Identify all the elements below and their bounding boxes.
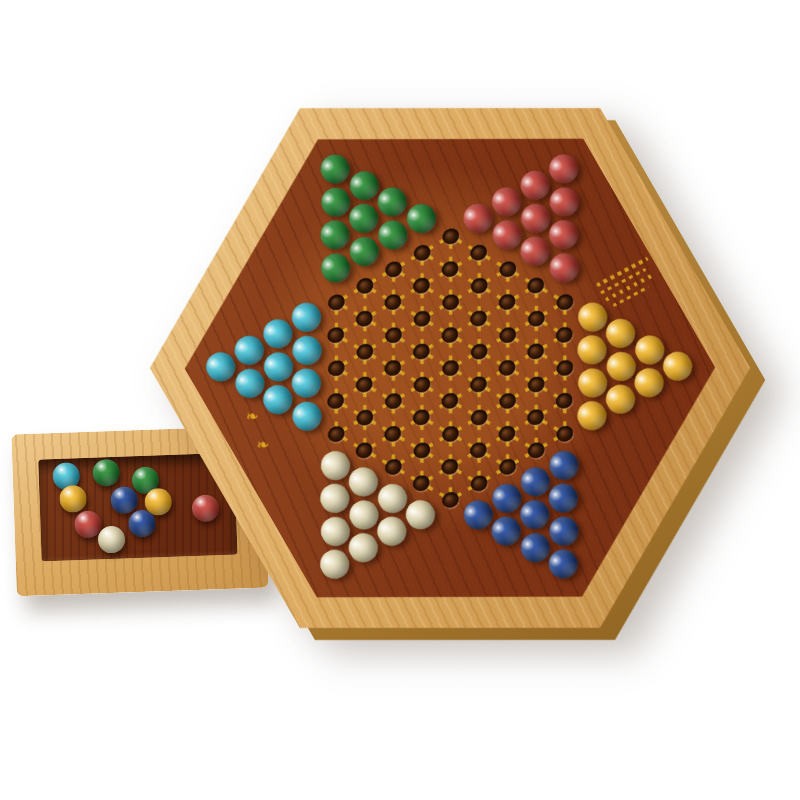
board-hole xyxy=(439,291,461,312)
board-hole xyxy=(353,308,375,329)
board-hole xyxy=(439,423,461,444)
board-hole xyxy=(410,308,432,329)
board-hole xyxy=(325,324,347,345)
board-hole xyxy=(325,292,347,313)
drawer-marble-yellow[interactable] xyxy=(59,485,87,513)
board-hole xyxy=(353,374,375,395)
board-hole xyxy=(496,291,518,312)
board-hole xyxy=(439,258,461,279)
board-hole xyxy=(496,324,518,345)
board-hole xyxy=(524,439,546,460)
board-hole xyxy=(382,259,404,280)
board-hole xyxy=(468,275,490,296)
board-hole xyxy=(525,308,547,329)
board-hole xyxy=(410,407,432,428)
board-hole xyxy=(410,341,432,362)
board: ❧ ❧ xyxy=(75,0,800,758)
drawer-marble-clear[interactable] xyxy=(98,526,126,554)
board-hole xyxy=(410,440,432,461)
board-hole xyxy=(382,324,404,345)
board-hole xyxy=(496,390,518,411)
board-hole xyxy=(382,456,404,477)
star-grid xyxy=(143,51,757,685)
board-hole xyxy=(553,291,575,312)
board-hole xyxy=(467,440,489,461)
board-hole xyxy=(467,407,489,428)
board-hole xyxy=(353,275,375,296)
board-hole xyxy=(382,423,404,444)
board-hole xyxy=(525,341,547,362)
board-hole xyxy=(410,242,432,263)
board-hole xyxy=(525,275,547,296)
board-hole xyxy=(382,291,404,312)
board-hole xyxy=(325,390,347,411)
board-hole xyxy=(439,456,461,477)
board-hole xyxy=(439,390,461,411)
board-hole xyxy=(353,440,375,461)
board-hole xyxy=(496,357,518,378)
board-hole xyxy=(467,374,489,395)
board-hole xyxy=(353,407,375,428)
board-hole xyxy=(439,489,461,510)
board-hole xyxy=(553,324,575,345)
board-hole xyxy=(382,390,404,411)
gold-motif-icon: ❧ xyxy=(245,409,259,425)
drawer-marble-blue[interactable] xyxy=(110,486,138,514)
drawer-marble-green[interactable] xyxy=(92,458,120,486)
board-hole xyxy=(410,374,432,395)
board-hole xyxy=(325,423,347,444)
board-hole xyxy=(410,473,432,494)
board-hole xyxy=(467,472,489,493)
gold-motif-icon: ❧ xyxy=(256,437,270,453)
board-hole xyxy=(439,324,461,345)
board-hole xyxy=(553,423,575,444)
scene: ❧ ❧ xyxy=(0,0,800,800)
board-hole xyxy=(468,242,490,263)
board-hole xyxy=(553,357,575,378)
board-hole xyxy=(439,226,461,247)
drawer-marble-red[interactable] xyxy=(192,494,220,522)
board-hole xyxy=(353,341,375,362)
board-hole xyxy=(525,407,547,428)
board-hole xyxy=(468,308,490,329)
board-hole xyxy=(439,357,461,378)
drawer-marble-blue[interactable] xyxy=(128,509,156,537)
board-hole xyxy=(382,357,404,378)
board-hole xyxy=(553,390,575,411)
board-hole xyxy=(410,275,432,296)
board-hole xyxy=(325,357,347,378)
board-hole xyxy=(496,456,518,477)
board-hole xyxy=(467,341,489,362)
drawer-marble-red[interactable] xyxy=(74,510,102,538)
board-hole xyxy=(496,258,518,279)
board-hole xyxy=(496,423,518,444)
board-hole xyxy=(525,374,547,395)
